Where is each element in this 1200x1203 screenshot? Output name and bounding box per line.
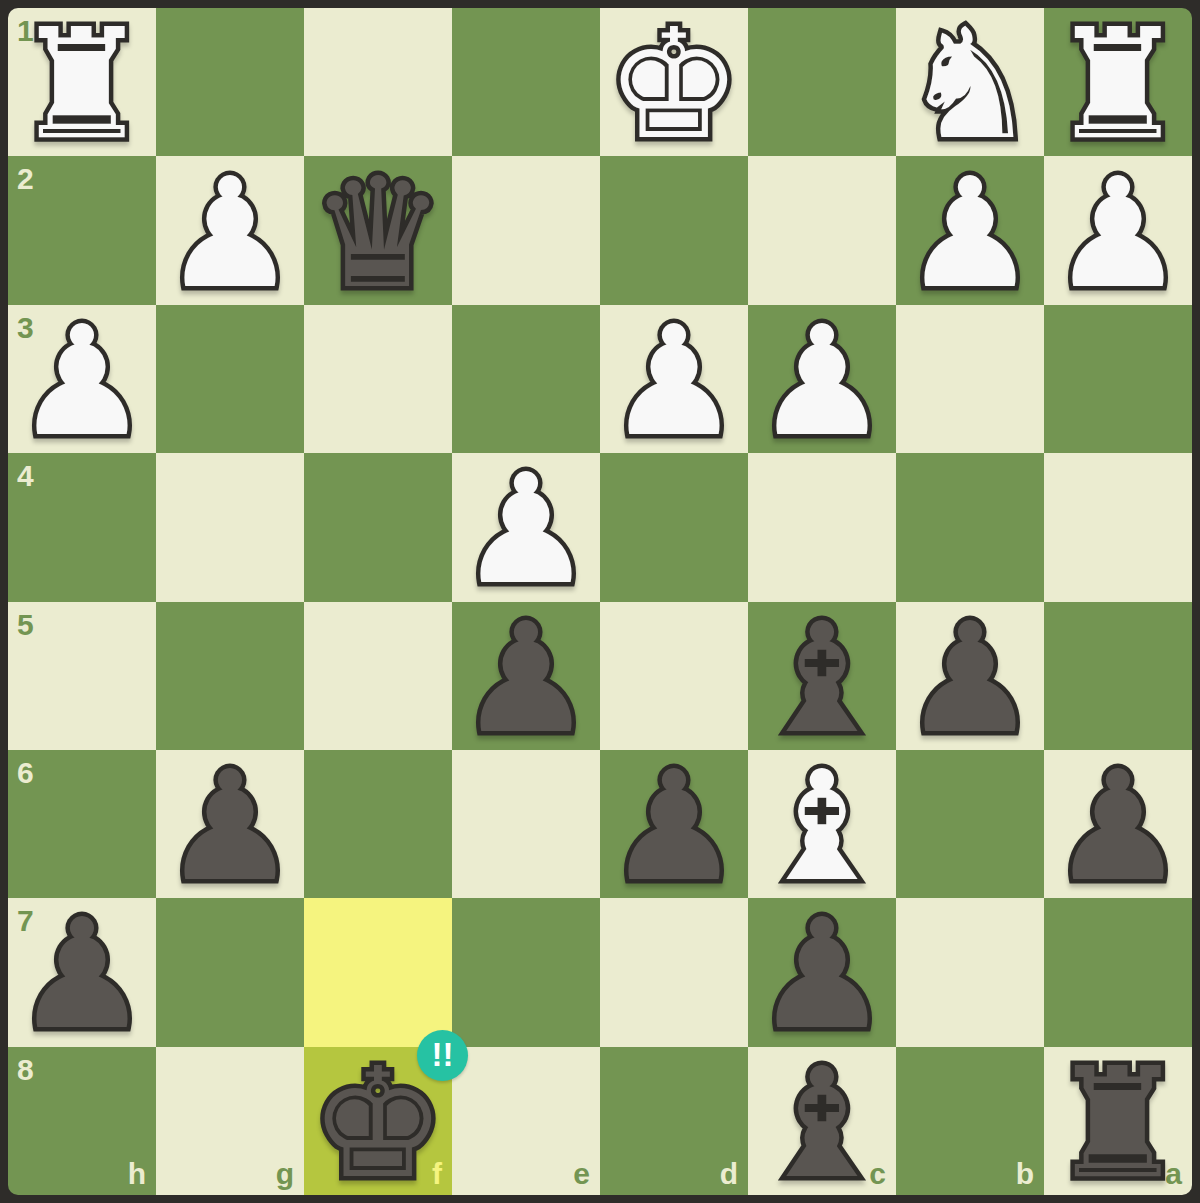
- square-d5[interactable]: [600, 602, 748, 750]
- piece-white-pawn-a2[interactable]: ♟♟: [1044, 156, 1192, 304]
- square-a2[interactable]: ♟♟: [1044, 156, 1192, 304]
- white-rook-glyph: ♜: [8, 11, 156, 159]
- square-g1[interactable]: [156, 8, 304, 156]
- piece-white-pawn-g2[interactable]: ♟♟: [156, 156, 304, 304]
- square-b7[interactable]: [896, 898, 1044, 1046]
- black-rook-glyph: ♜: [1044, 1050, 1192, 1195]
- square-f6[interactable]: [304, 750, 452, 898]
- black-pawn-glyph: ♟: [452, 605, 600, 753]
- rank-label-5: 5: [17, 610, 34, 640]
- white-king-glyph: ♚: [600, 11, 748, 159]
- square-h6[interactable]: 6: [8, 750, 156, 898]
- black-bishop-glyph: ♝: [748, 1050, 896, 1195]
- black-pawn-glyph: ♟: [1044, 753, 1192, 901]
- square-h2[interactable]: 2: [8, 156, 156, 304]
- piece-white-king-d1[interactable]: ♚♚: [600, 8, 748, 156]
- square-f5[interactable]: [304, 602, 452, 750]
- square-d1[interactable]: ♚♚: [600, 8, 748, 156]
- piece-black-rook-a8[interactable]: ♜♜: [1044, 1047, 1192, 1195]
- file-label-e: e: [573, 1159, 590, 1189]
- brilliant-move-badge: !!: [417, 1030, 468, 1081]
- file-label-h: h: [128, 1159, 146, 1189]
- square-a6[interactable]: ♟♟: [1044, 750, 1192, 898]
- square-a4[interactable]: [1044, 453, 1192, 601]
- white-pawn-glyph: ♟: [1044, 159, 1192, 307]
- chess-board: 1♜♜♚♚♞♞♜♜2♟♟♛♛♟♟♟♟3♟♟♟♟♟♟4♟♟5♟♟♝♝♟♟6♟♟♟♟…: [8, 8, 1192, 1195]
- square-h3[interactable]: 3♟♟: [8, 305, 156, 453]
- square-g7[interactable]: [156, 898, 304, 1046]
- square-f1[interactable]: [304, 8, 452, 156]
- file-label-g: g: [276, 1159, 294, 1189]
- white-pawn-glyph: ♟: [896, 159, 1044, 307]
- chess-board-frame: 1♜♜♚♚♞♞♜♜2♟♟♛♛♟♟♟♟3♟♟♟♟♟♟4♟♟5♟♟♝♝♟♟6♟♟♟♟…: [0, 0, 1200, 1203]
- square-b8[interactable]: b: [896, 1047, 1044, 1195]
- square-c1[interactable]: [748, 8, 896, 156]
- black-pawn-glyph: ♟: [896, 605, 1044, 753]
- piece-white-pawn-c3[interactable]: ♟♟: [748, 305, 896, 453]
- square-g8[interactable]: g: [156, 1047, 304, 1195]
- square-c7[interactable]: ♟♟: [748, 898, 896, 1046]
- piece-white-pawn-h3[interactable]: ♟♟: [8, 305, 156, 453]
- square-b1[interactable]: ♞♞: [896, 8, 1044, 156]
- square-b4[interactable]: [896, 453, 1044, 601]
- square-d2[interactable]: [600, 156, 748, 304]
- square-e7[interactable]: [452, 898, 600, 1046]
- square-b6[interactable]: [896, 750, 1044, 898]
- square-g3[interactable]: [156, 305, 304, 453]
- square-c5[interactable]: ♝♝: [748, 602, 896, 750]
- piece-black-pawn-e5[interactable]: ♟♟: [452, 602, 600, 750]
- black-bishop-glyph: ♝: [748, 605, 896, 753]
- piece-black-pawn-a6[interactable]: ♟♟: [1044, 750, 1192, 898]
- piece-black-bishop-c8[interactable]: ♝♝: [748, 1047, 896, 1195]
- piece-black-pawn-g6[interactable]: ♟♟: [156, 750, 304, 898]
- square-h7[interactable]: 7♟♟: [8, 898, 156, 1046]
- piece-black-bishop-c5[interactable]: ♝♝: [748, 602, 896, 750]
- black-queen-glyph: ♛: [304, 159, 452, 307]
- square-c2[interactable]: [748, 156, 896, 304]
- piece-white-knight-b1[interactable]: ♞♞: [896, 8, 1044, 156]
- white-rook-glyph: ♜: [1044, 11, 1192, 159]
- square-f4[interactable]: [304, 453, 452, 601]
- square-b5[interactable]: ♟♟: [896, 602, 1044, 750]
- square-f2[interactable]: ♛♛: [304, 156, 452, 304]
- file-label-d: d: [720, 1159, 738, 1189]
- square-c3[interactable]: ♟♟: [748, 305, 896, 453]
- square-g2[interactable]: ♟♟: [156, 156, 304, 304]
- square-h8[interactable]: 8h: [8, 1047, 156, 1195]
- square-a5[interactable]: [1044, 602, 1192, 750]
- square-d6[interactable]: ♟♟: [600, 750, 748, 898]
- square-g5[interactable]: [156, 602, 304, 750]
- square-c6[interactable]: ♝♝: [748, 750, 896, 898]
- white-pawn-glyph: ♟: [748, 308, 896, 456]
- square-e2[interactable]: [452, 156, 600, 304]
- square-h4[interactable]: 4: [8, 453, 156, 601]
- square-c4[interactable]: [748, 453, 896, 601]
- square-b2[interactable]: ♟♟: [896, 156, 1044, 304]
- square-f8[interactable]: f♚♚!!: [304, 1047, 452, 1195]
- square-e1[interactable]: [452, 8, 600, 156]
- square-c8[interactable]: c♝♝: [748, 1047, 896, 1195]
- square-e3[interactable]: [452, 305, 600, 453]
- square-a8[interactable]: a♜♜: [1044, 1047, 1192, 1195]
- piece-white-bishop-c6[interactable]: ♝♝: [748, 750, 896, 898]
- piece-black-pawn-b5[interactable]: ♟♟: [896, 602, 1044, 750]
- square-d7[interactable]: [600, 898, 748, 1046]
- white-pawn-glyph: ♟: [8, 308, 156, 456]
- square-d4[interactable]: [600, 453, 748, 601]
- piece-black-pawn-h7[interactable]: ♟♟: [8, 898, 156, 1046]
- square-f7[interactable]: [304, 898, 452, 1046]
- piece-black-pawn-d6[interactable]: ♟♟: [600, 750, 748, 898]
- square-a3[interactable]: [1044, 305, 1192, 453]
- square-a7[interactable]: [1044, 898, 1192, 1046]
- piece-white-pawn-d3[interactable]: ♟♟: [600, 305, 748, 453]
- white-pawn-glyph: ♟: [156, 159, 304, 307]
- square-b3[interactable]: [896, 305, 1044, 453]
- square-a1[interactable]: ♜♜: [1044, 8, 1192, 156]
- square-h5[interactable]: 5: [8, 602, 156, 750]
- white-bishop-glyph: ♝: [748, 753, 896, 901]
- white-pawn-glyph: ♟: [452, 456, 600, 604]
- square-e8[interactable]: e: [452, 1047, 600, 1195]
- piece-white-pawn-e4[interactable]: ♟♟: [452, 453, 600, 601]
- square-e5[interactable]: ♟♟: [452, 602, 600, 750]
- brilliant-move-badge-text: !!: [432, 1038, 454, 1071]
- square-e4[interactable]: ♟♟: [452, 453, 600, 601]
- black-pawn-glyph: ♟: [600, 753, 748, 901]
- square-d8[interactable]: d: [600, 1047, 748, 1195]
- black-pawn-glyph: ♟: [748, 901, 896, 1049]
- square-f3[interactable]: [304, 305, 452, 453]
- piece-black-queen-f2[interactable]: ♛♛: [304, 156, 452, 304]
- square-g4[interactable]: [156, 453, 304, 601]
- square-d3[interactable]: ♟♟: [600, 305, 748, 453]
- piece-white-rook-a1[interactable]: ♜♜: [1044, 8, 1192, 156]
- square-h1[interactable]: 1♜♜: [8, 8, 156, 156]
- rank-label-6: 6: [17, 758, 34, 788]
- piece-white-rook-h1[interactable]: ♜♜: [8, 8, 156, 156]
- piece-white-pawn-b2[interactable]: ♟♟: [896, 156, 1044, 304]
- square-e6[interactable]: [452, 750, 600, 898]
- black-pawn-glyph: ♟: [156, 753, 304, 901]
- piece-black-pawn-c7[interactable]: ♟♟: [748, 898, 896, 1046]
- white-pawn-glyph: ♟: [600, 308, 748, 456]
- file-label-b: b: [1016, 1159, 1034, 1189]
- white-knight-glyph: ♞: [896, 11, 1044, 159]
- black-pawn-glyph: ♟: [8, 901, 156, 1049]
- square-g6[interactable]: ♟♟: [156, 750, 304, 898]
